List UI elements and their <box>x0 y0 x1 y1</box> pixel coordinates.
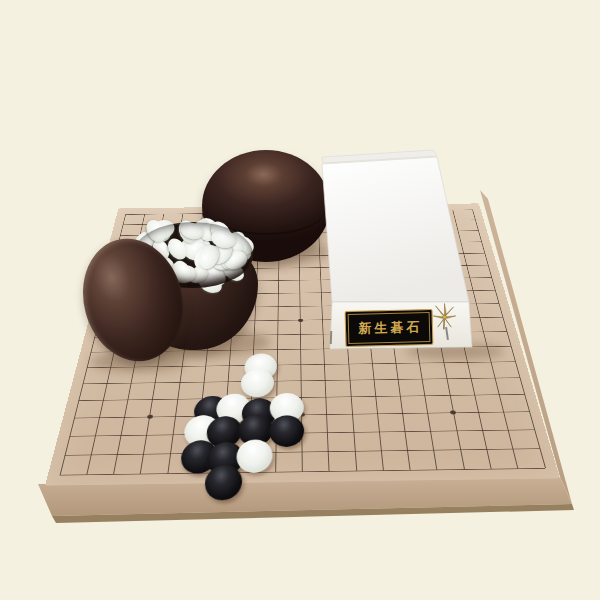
box-top-face <box>322 157 469 302</box>
go-set-product-photo: 新生碁石 <box>0 0 600 600</box>
box-label: 新生碁石 <box>345 309 434 347</box>
box-label-text: 新生碁石 <box>355 318 422 338</box>
